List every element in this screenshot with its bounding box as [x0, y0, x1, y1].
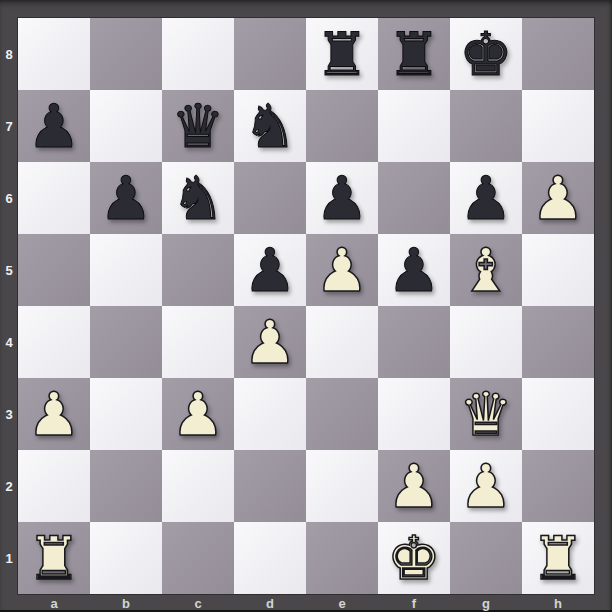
square-e8[interactable]: ♜ [306, 18, 378, 90]
white-queen-piece[interactable]: ♛ [459, 378, 513, 450]
square-e5[interactable]: ♟ [306, 234, 378, 306]
black-pawn-piece[interactable]: ♟ [459, 162, 513, 234]
square-b1[interactable] [90, 522, 162, 594]
square-f3[interactable] [378, 378, 450, 450]
rank-label-8: 8 [0, 18, 18, 90]
square-d2[interactable] [234, 450, 306, 522]
square-h2[interactable] [522, 450, 594, 522]
square-a3[interactable]: ♟ [18, 378, 90, 450]
square-h6[interactable]: ♟ [522, 162, 594, 234]
rank-label-6: 6 [0, 162, 18, 234]
square-f8[interactable]: ♜ [378, 18, 450, 90]
square-g4[interactable] [450, 306, 522, 378]
square-a4[interactable] [18, 306, 90, 378]
file-label-f: f [378, 594, 450, 612]
black-queen-piece[interactable]: ♛ [171, 90, 225, 162]
square-f4[interactable] [378, 306, 450, 378]
square-g1[interactable] [450, 522, 522, 594]
square-b6[interactable]: ♟ [90, 162, 162, 234]
square-b2[interactable] [90, 450, 162, 522]
square-f7[interactable] [378, 90, 450, 162]
square-f2[interactable]: ♟ [378, 450, 450, 522]
square-e2[interactable] [306, 450, 378, 522]
square-a1[interactable]: ♜ [18, 522, 90, 594]
file-label-g: g [450, 594, 522, 612]
square-g3[interactable]: ♛ [450, 378, 522, 450]
black-pawn-piece[interactable]: ♟ [243, 234, 297, 306]
file-label-b: b [90, 594, 162, 612]
file-label-d: d [234, 594, 306, 612]
black-pawn-piece[interactable]: ♟ [27, 90, 81, 162]
black-pawn-piece[interactable]: ♟ [315, 162, 369, 234]
square-h4[interactable] [522, 306, 594, 378]
square-d4[interactable]: ♟ [234, 306, 306, 378]
file-label-e: e [306, 594, 378, 612]
black-knight-piece[interactable]: ♞ [171, 162, 225, 234]
square-f1[interactable]: ♚ [378, 522, 450, 594]
rank-labels: 87654321 [0, 18, 18, 594]
square-b7[interactable] [90, 90, 162, 162]
file-label-h: h [522, 594, 594, 612]
black-rook-piece[interactable]: ♜ [387, 18, 441, 90]
square-d6[interactable] [234, 162, 306, 234]
rank-label-3: 3 [0, 378, 18, 450]
square-g8[interactable]: ♚ [450, 18, 522, 90]
square-d3[interactable] [234, 378, 306, 450]
square-a5[interactable] [18, 234, 90, 306]
file-labels: abcdefgh [18, 594, 594, 612]
square-g6[interactable]: ♟ [450, 162, 522, 234]
rank-label-2: 2 [0, 450, 18, 522]
black-knight-piece[interactable]: ♞ [243, 90, 297, 162]
file-label-c: c [162, 594, 234, 612]
black-pawn-piece[interactable]: ♟ [387, 234, 441, 306]
square-e7[interactable] [306, 90, 378, 162]
white-bishop-piece[interactable]: ♝ [459, 234, 513, 306]
square-h8[interactable] [522, 18, 594, 90]
square-a8[interactable] [18, 18, 90, 90]
black-rook-piece[interactable]: ♜ [315, 18, 369, 90]
rank-label-1: 1 [0, 522, 18, 594]
square-a2[interactable] [18, 450, 90, 522]
square-b5[interactable] [90, 234, 162, 306]
rank-label-7: 7 [0, 90, 18, 162]
black-pawn-piece[interactable]: ♟ [99, 162, 153, 234]
square-c6[interactable]: ♞ [162, 162, 234, 234]
white-pawn-piece[interactable]: ♟ [243, 306, 297, 378]
white-pawn-piece[interactable]: ♟ [531, 162, 585, 234]
square-b4[interactable] [90, 306, 162, 378]
square-f6[interactable] [378, 162, 450, 234]
square-g7[interactable] [450, 90, 522, 162]
rank-label-5: 5 [0, 234, 18, 306]
square-c4[interactable] [162, 306, 234, 378]
square-b8[interactable] [90, 18, 162, 90]
square-e3[interactable] [306, 378, 378, 450]
white-rook-piece[interactable]: ♜ [531, 522, 585, 594]
square-c7[interactable]: ♛ [162, 90, 234, 162]
square-b3[interactable] [90, 378, 162, 450]
square-h3[interactable] [522, 378, 594, 450]
chess-board: ♜♜♚♟♛♞♟♞♟♟♟♟♟♟♝♟♟♟♛♟♟♜♚♜ [18, 18, 594, 594]
square-d8[interactable] [234, 18, 306, 90]
white-rook-piece[interactable]: ♜ [27, 522, 81, 594]
square-e6[interactable]: ♟ [306, 162, 378, 234]
square-a7[interactable]: ♟ [18, 90, 90, 162]
white-king-piece[interactable]: ♚ [387, 522, 441, 594]
square-h5[interactable] [522, 234, 594, 306]
black-king-piece[interactable]: ♚ [459, 18, 513, 90]
square-e1[interactable] [306, 522, 378, 594]
square-g5[interactable]: ♝ [450, 234, 522, 306]
white-pawn-piece[interactable]: ♟ [387, 450, 441, 522]
white-pawn-piece[interactable]: ♟ [315, 234, 369, 306]
square-h1[interactable]: ♜ [522, 522, 594, 594]
file-label-a: a [18, 594, 90, 612]
square-e4[interactable] [306, 306, 378, 378]
square-d7[interactable]: ♞ [234, 90, 306, 162]
square-c3[interactable]: ♟ [162, 378, 234, 450]
square-c5[interactable] [162, 234, 234, 306]
square-c8[interactable] [162, 18, 234, 90]
white-pawn-piece[interactable]: ♟ [27, 378, 81, 450]
white-pawn-piece[interactable]: ♟ [171, 378, 225, 450]
square-d1[interactable] [234, 522, 306, 594]
square-h7[interactable] [522, 90, 594, 162]
square-f5[interactable]: ♟ [378, 234, 450, 306]
chess-board-frame: 87654321 ♜♜♚♟♛♞♟♞♟♟♟♟♟♟♝♟♟♟♛♟♟♜♚♜ abcdef… [0, 0, 612, 612]
square-g2[interactable]: ♟ [450, 450, 522, 522]
rank-label-4: 4 [0, 306, 18, 378]
white-pawn-piece[interactable]: ♟ [459, 450, 513, 522]
square-c2[interactable] [162, 450, 234, 522]
square-c1[interactable] [162, 522, 234, 594]
square-d5[interactable]: ♟ [234, 234, 306, 306]
square-a6[interactable] [18, 162, 90, 234]
